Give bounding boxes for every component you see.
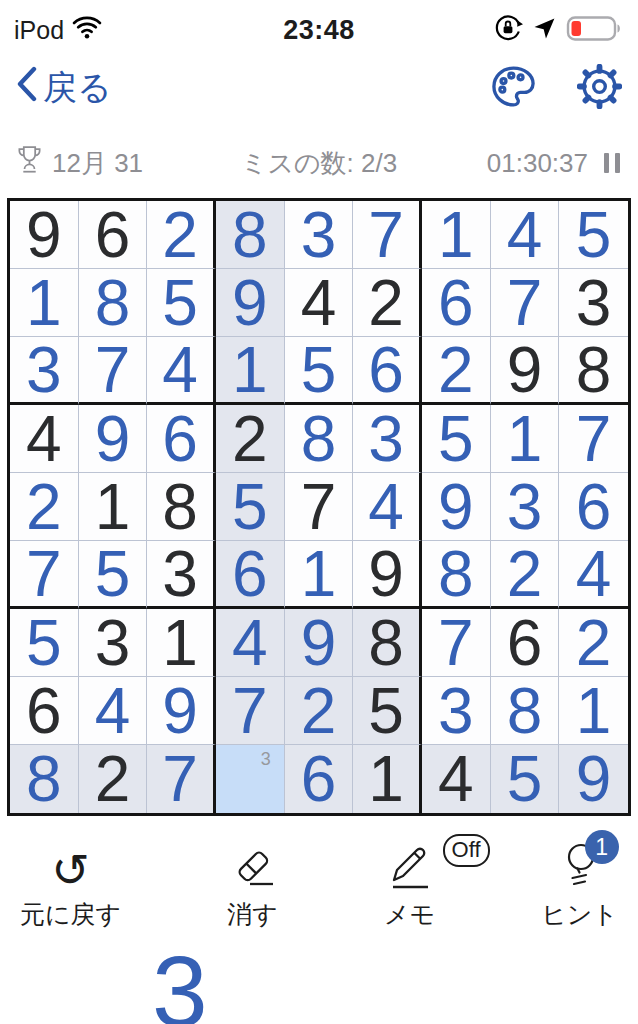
hint-button[interactable]: 1 ヒント (541, 840, 618, 931)
cell-r2c6[interactable]: 2 (353, 269, 422, 337)
cell-r8c1[interactable]: 6 (10, 677, 79, 745)
given-digit: 1 (162, 611, 198, 675)
cell-r5c1[interactable]: 2 (10, 473, 79, 541)
cell-r4c7[interactable]: 5 (422, 405, 491, 473)
given-digit: 5 (368, 679, 404, 743)
cell-r8c7[interactable]: 3 (422, 677, 491, 745)
cell-r1c6[interactable]: 7 (353, 201, 422, 269)
user-digit: 6 (368, 338, 404, 402)
user-digit: 9 (438, 475, 474, 539)
cell-r3c8[interactable]: 9 (491, 337, 560, 405)
cell-r3c5[interactable]: 5 (285, 337, 354, 405)
given-digit: 1 (368, 747, 404, 811)
gear-icon (577, 95, 622, 112)
undo-icon: ↺ (51, 844, 90, 896)
settings-button[interactable] (577, 64, 622, 113)
user-digit: 6 (162, 407, 198, 471)
cell-r3c4[interactable]: 1 (216, 337, 285, 405)
user-digit: 4 (95, 679, 131, 743)
memo-off-badge: Off (443, 834, 490, 867)
user-digit: 8 (301, 407, 337, 471)
given-digit: 7 (301, 475, 337, 539)
user-digit: 8 (95, 271, 131, 335)
given-digit: 1 (95, 475, 131, 539)
cell-r7c4[interactable]: 4 (216, 609, 285, 677)
toolbar: ↺ 元に戻す 消す (0, 840, 638, 931)
cell-r8c4[interactable]: 7 (216, 677, 285, 745)
user-digit: 3 (26, 338, 62, 402)
cell-r5c5[interactable]: 7 (285, 473, 354, 541)
mistakes-counter: ミスの数: 2/3 (241, 146, 397, 181)
user-digit: 9 (232, 271, 268, 335)
cell-r2c5[interactable]: 4 (285, 269, 354, 337)
user-digit: 5 (26, 611, 62, 675)
cell-r8c3[interactable]: 9 (147, 677, 216, 745)
user-digit: 1 (301, 542, 337, 606)
user-digit: 2 (438, 338, 474, 402)
challenge-date: 12月 31 (52, 146, 143, 181)
cell-r4c1[interactable]: 4 (10, 405, 79, 473)
hint-count-badge: 1 (585, 830, 619, 864)
user-digit: 5 (301, 338, 337, 402)
cell-r9c1[interactable]: 8 (10, 745, 79, 813)
user-digit: 5 (576, 203, 612, 267)
user-digit: 8 (438, 542, 474, 606)
given-digit: 8 (368, 611, 404, 675)
wifi-icon (71, 16, 103, 44)
daily-challenge: 12月 31 (16, 144, 241, 182)
user-digit: 5 (232, 475, 268, 539)
cell-r9c7[interactable]: 4 (422, 745, 491, 813)
cell-r6c4[interactable]: 6 (216, 541, 285, 609)
cell-r3c7[interactable]: 2 (422, 337, 491, 405)
user-digit: 4 (576, 542, 612, 606)
cell-r9c5[interactable]: 6 (285, 745, 354, 813)
user-digit: 7 (162, 747, 198, 811)
user-digit: 1 (438, 203, 474, 267)
eraser-icon (229, 840, 277, 896)
cell-r1c7[interactable]: 1 (422, 201, 491, 269)
user-digit: 3 (301, 203, 337, 267)
cell-r8c6[interactable]: 5 (353, 677, 422, 745)
cell-r1c1[interactable]: 9 (10, 201, 79, 269)
cell-r8c9[interactable]: 1 (559, 677, 628, 745)
battery-icon (566, 14, 624, 47)
given-digit: 3 (95, 611, 131, 675)
user-digit: 1 (576, 679, 612, 743)
given-digit: 2 (95, 747, 131, 811)
cell-r6c8[interactable]: 2 (491, 541, 560, 609)
user-digit: 6 (232, 542, 268, 606)
given-digit: 2 (232, 407, 268, 471)
sudoku-board: 9628371451859426733741562984962835172185… (7, 198, 631, 816)
cell-r5c4[interactable]: 5 (216, 473, 285, 541)
user-digit: 4 (368, 475, 404, 539)
given-digit: 6 (26, 679, 62, 743)
cell-r6c7[interactable]: 8 (422, 541, 491, 609)
cell-r6c2[interactable]: 5 (79, 541, 148, 609)
user-digit: 6 (301, 747, 337, 811)
cell-r3c6[interactable]: 6 (353, 337, 422, 405)
user-digit: 7 (26, 542, 62, 606)
cell-r1c5[interactable]: 3 (285, 201, 354, 269)
cell-r7c2[interactable]: 3 (79, 609, 148, 677)
status-bar: iPod 23:48 (0, 0, 638, 52)
user-digit: 7 (232, 679, 268, 743)
cell-r5c2[interactable]: 1 (79, 473, 148, 541)
given-digit: 4 (438, 747, 474, 811)
user-digit: 7 (95, 338, 131, 402)
cell-r7c1[interactable]: 5 (10, 609, 79, 677)
undo-button[interactable]: ↺ 元に戻す (20, 840, 121, 931)
cell-r8c2[interactable]: 4 (79, 677, 148, 745)
cell-r1c3[interactable]: 2 (147, 201, 216, 269)
back-button[interactable]: 戻る (16, 65, 112, 111)
cell-r8c5[interactable]: 2 (285, 677, 354, 745)
cell-r5c3[interactable]: 8 (147, 473, 216, 541)
cell-r5c6[interactable]: 4 (353, 473, 422, 541)
rotation-lock-icon (493, 13, 523, 47)
user-digit: 5 (162, 271, 198, 335)
user-digit: 5 (507, 747, 543, 811)
cell-r7c6[interactable]: 8 (353, 609, 422, 677)
cell-r9c3[interactable]: 7 (147, 745, 216, 813)
given-digit: 2 (368, 271, 404, 335)
cell-r6c5[interactable]: 1 (285, 541, 354, 609)
location-arrow-icon (532, 16, 557, 45)
cell-r3c2[interactable]: 7 (79, 337, 148, 405)
cell-r4c8[interactable]: 1 (491, 405, 560, 473)
given-digit: 3 (576, 271, 612, 335)
erase-button[interactable]: 消す (227, 840, 278, 931)
cell-r5c9[interactable]: 6 (559, 473, 628, 541)
user-digit: 2 (301, 679, 337, 743)
cell-r1c4[interactable]: 8 (216, 201, 285, 269)
user-digit: 7 (576, 407, 612, 471)
cell-r2c7[interactable]: 6 (422, 269, 491, 337)
given-digit: 4 (26, 407, 62, 471)
cell-r6c3[interactable]: 3 (147, 541, 216, 609)
user-digit: 3 (507, 475, 543, 539)
user-digit: 5 (438, 407, 474, 471)
cell-r5c7[interactable]: 9 (422, 473, 491, 541)
user-digit: 1 (232, 338, 268, 402)
user-digit: 2 (576, 611, 612, 675)
cell-r3c3[interactable]: 4 (147, 337, 216, 405)
cell-r4c3[interactable]: 6 (147, 405, 216, 473)
user-digit: 4 (232, 611, 268, 675)
timer: 01:30:37 (487, 148, 588, 179)
cell-r2c9[interactable]: 3 (559, 269, 628, 337)
user-digit: 6 (576, 475, 612, 539)
user-digit: 4 (162, 338, 198, 402)
cell-r7c5[interactable]: 9 (285, 609, 354, 677)
user-digit: 3 (438, 679, 474, 743)
user-digit: 2 (507, 542, 543, 606)
theme-palette-button[interactable] (490, 63, 537, 114)
user-digit: 6 (438, 271, 474, 335)
cell-r1c2[interactable]: 6 (79, 201, 148, 269)
cell-r1c8[interactable]: 4 (491, 201, 560, 269)
erase-label: 消す (227, 898, 278, 931)
cell-r9c4[interactable]: 3 (216, 745, 285, 813)
numpad-key-3[interactable]: 3 (152, 941, 208, 1024)
user-digit: 1 (507, 407, 543, 471)
number-pad: 3 (0, 941, 638, 1024)
clock: 23:48 (283, 15, 355, 46)
trophy-icon (16, 144, 43, 182)
user-digit: 9 (301, 611, 337, 675)
user-digit: 3 (368, 407, 404, 471)
user-digit: 9 (576, 747, 612, 811)
cell-r1c9[interactable]: 5 (559, 201, 628, 269)
info-bar: 12月 31 ミスの数: 2/3 01:30:37 (0, 144, 638, 182)
user-digit: 5 (95, 542, 131, 606)
user-digit: 7 (507, 271, 543, 335)
given-digit: 8 (162, 475, 198, 539)
pause-icon (604, 153, 609, 173)
given-digit: 6 (95, 203, 131, 267)
pause-button[interactable] (602, 151, 622, 175)
user-digit: 9 (162, 679, 198, 743)
cell-r2c4[interactable]: 9 (216, 269, 285, 337)
cell-r4c4[interactable]: 2 (216, 405, 285, 473)
undo-label: 元に戻す (20, 898, 121, 931)
cell-r9c2[interactable]: 2 (79, 745, 148, 813)
cell-r6c1[interactable]: 7 (10, 541, 79, 609)
cell-r8c8[interactable]: 8 (491, 677, 560, 745)
user-digit: 8 (507, 679, 543, 743)
given-digit: 4 (301, 271, 337, 335)
given-digit: 8 (576, 338, 612, 402)
cell-r3c9[interactable]: 8 (559, 337, 628, 405)
cell-r5c8[interactable]: 3 (491, 473, 560, 541)
cell-r7c3[interactable]: 1 (147, 609, 216, 677)
user-digit: 7 (438, 611, 474, 675)
cell-r6c9[interactable]: 4 (559, 541, 628, 609)
user-digit: 7 (368, 203, 404, 267)
cell-r2c3[interactable]: 5 (147, 269, 216, 337)
user-digit: 8 (26, 747, 62, 811)
cell-r6c6[interactable]: 9 (353, 541, 422, 609)
hint-label: ヒント (541, 898, 618, 931)
cell-r4c5[interactable]: 8 (285, 405, 354, 473)
cell-r9c8[interactable]: 5 (491, 745, 560, 813)
given-digit: 3 (162, 542, 198, 606)
user-digit: 9 (95, 407, 131, 471)
user-digit: 2 (26, 475, 62, 539)
cell-r2c2[interactable]: 8 (79, 269, 148, 337)
pencil-note: 3 (261, 750, 271, 768)
cell-r7c8[interactable]: 6 (491, 609, 560, 677)
back-label: 戻る (43, 65, 112, 111)
user-digit: 1 (26, 271, 62, 335)
cell-r2c1[interactable]: 1 (10, 269, 79, 337)
memo-button[interactable]: Off メモ (384, 840, 435, 931)
user-digit: 8 (232, 203, 268, 267)
given-digit: 9 (368, 542, 404, 606)
cell-r3c1[interactable]: 3 (10, 337, 79, 405)
cell-r7c9[interactable]: 2 (559, 609, 628, 677)
user-digit: 2 (162, 203, 198, 267)
cell-r9c6[interactable]: 1 (353, 745, 422, 813)
pencil-icon (386, 840, 434, 896)
cell-r9c9[interactable]: 9 (559, 745, 628, 813)
given-digit: 9 (26, 203, 62, 267)
cell-r7c7[interactable]: 7 (422, 609, 491, 677)
nav-bar: 戻る (0, 60, 638, 116)
palette-icon (490, 96, 537, 113)
cell-r4c9[interactable]: 7 (559, 405, 628, 473)
memo-label: メモ (384, 898, 435, 931)
carrier-label: iPod (14, 16, 64, 45)
user-digit: 4 (507, 203, 543, 267)
cell-r4c2[interactable]: 9 (79, 405, 148, 473)
cell-r4c6[interactable]: 3 (353, 405, 422, 473)
chevron-left-icon (16, 66, 38, 110)
given-digit: 6 (507, 611, 543, 675)
given-digit: 9 (507, 338, 543, 402)
cell-r2c8[interactable]: 7 (491, 269, 560, 337)
